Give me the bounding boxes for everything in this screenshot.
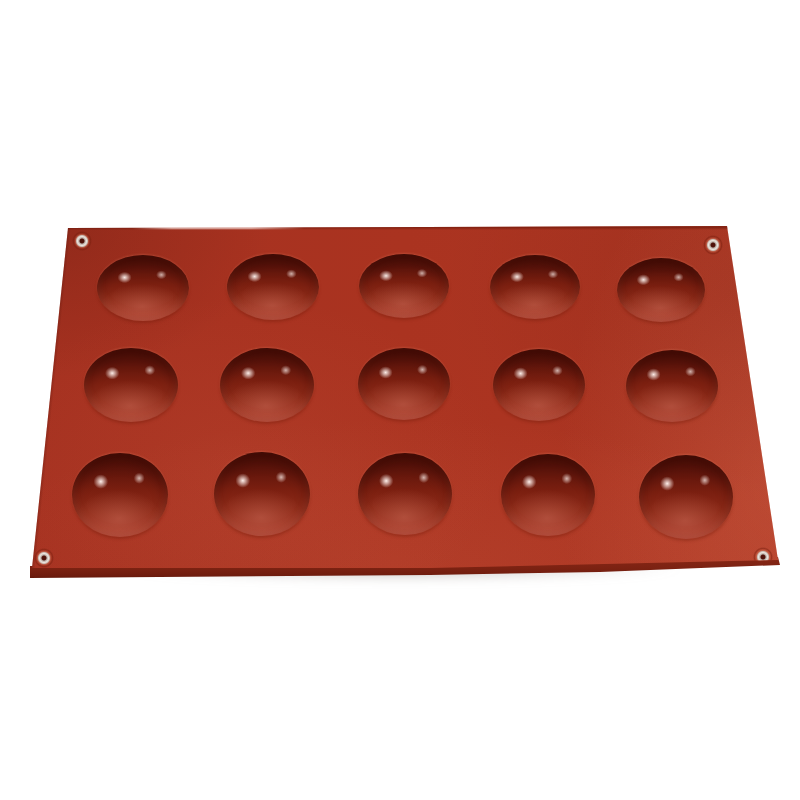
mold-surface <box>0 0 800 800</box>
mold-cavity-r2c2 <box>220 348 314 422</box>
mold-left-edge-shade <box>30 228 71 569</box>
mold-cavity-r1c1 <box>97 255 189 321</box>
mold-cavity-r3c5 <box>639 455 733 539</box>
mold-right-edge-highlight <box>726 225 782 562</box>
mold-cavity-r3c3 <box>358 453 452 535</box>
mold-cavity-r1c3 <box>359 254 449 318</box>
mold-cavity-r3c2 <box>214 452 310 536</box>
mold-top-edge-fold <box>66 226 728 230</box>
corner-hole-top-left <box>72 231 92 251</box>
mold-cavity-r2c1 <box>84 348 178 422</box>
mold-cavity-r3c1 <box>72 453 168 537</box>
mold-cavity-r1c5 <box>617 258 705 322</box>
corner-hole-bottom-left <box>34 548 54 568</box>
mold-cavity-r1c4 <box>490 255 580 319</box>
mold-cavity-r2c5 <box>626 350 718 422</box>
mold-cavity-r2c4 <box>493 349 585 421</box>
corner-hole-top-right <box>703 235 723 255</box>
mold-cavity-r1c2 <box>227 254 319 320</box>
mold-cavity-r3c4 <box>501 454 595 536</box>
product-photo-scene <box>0 0 800 800</box>
mold-cavity-r2c3 <box>358 348 450 420</box>
